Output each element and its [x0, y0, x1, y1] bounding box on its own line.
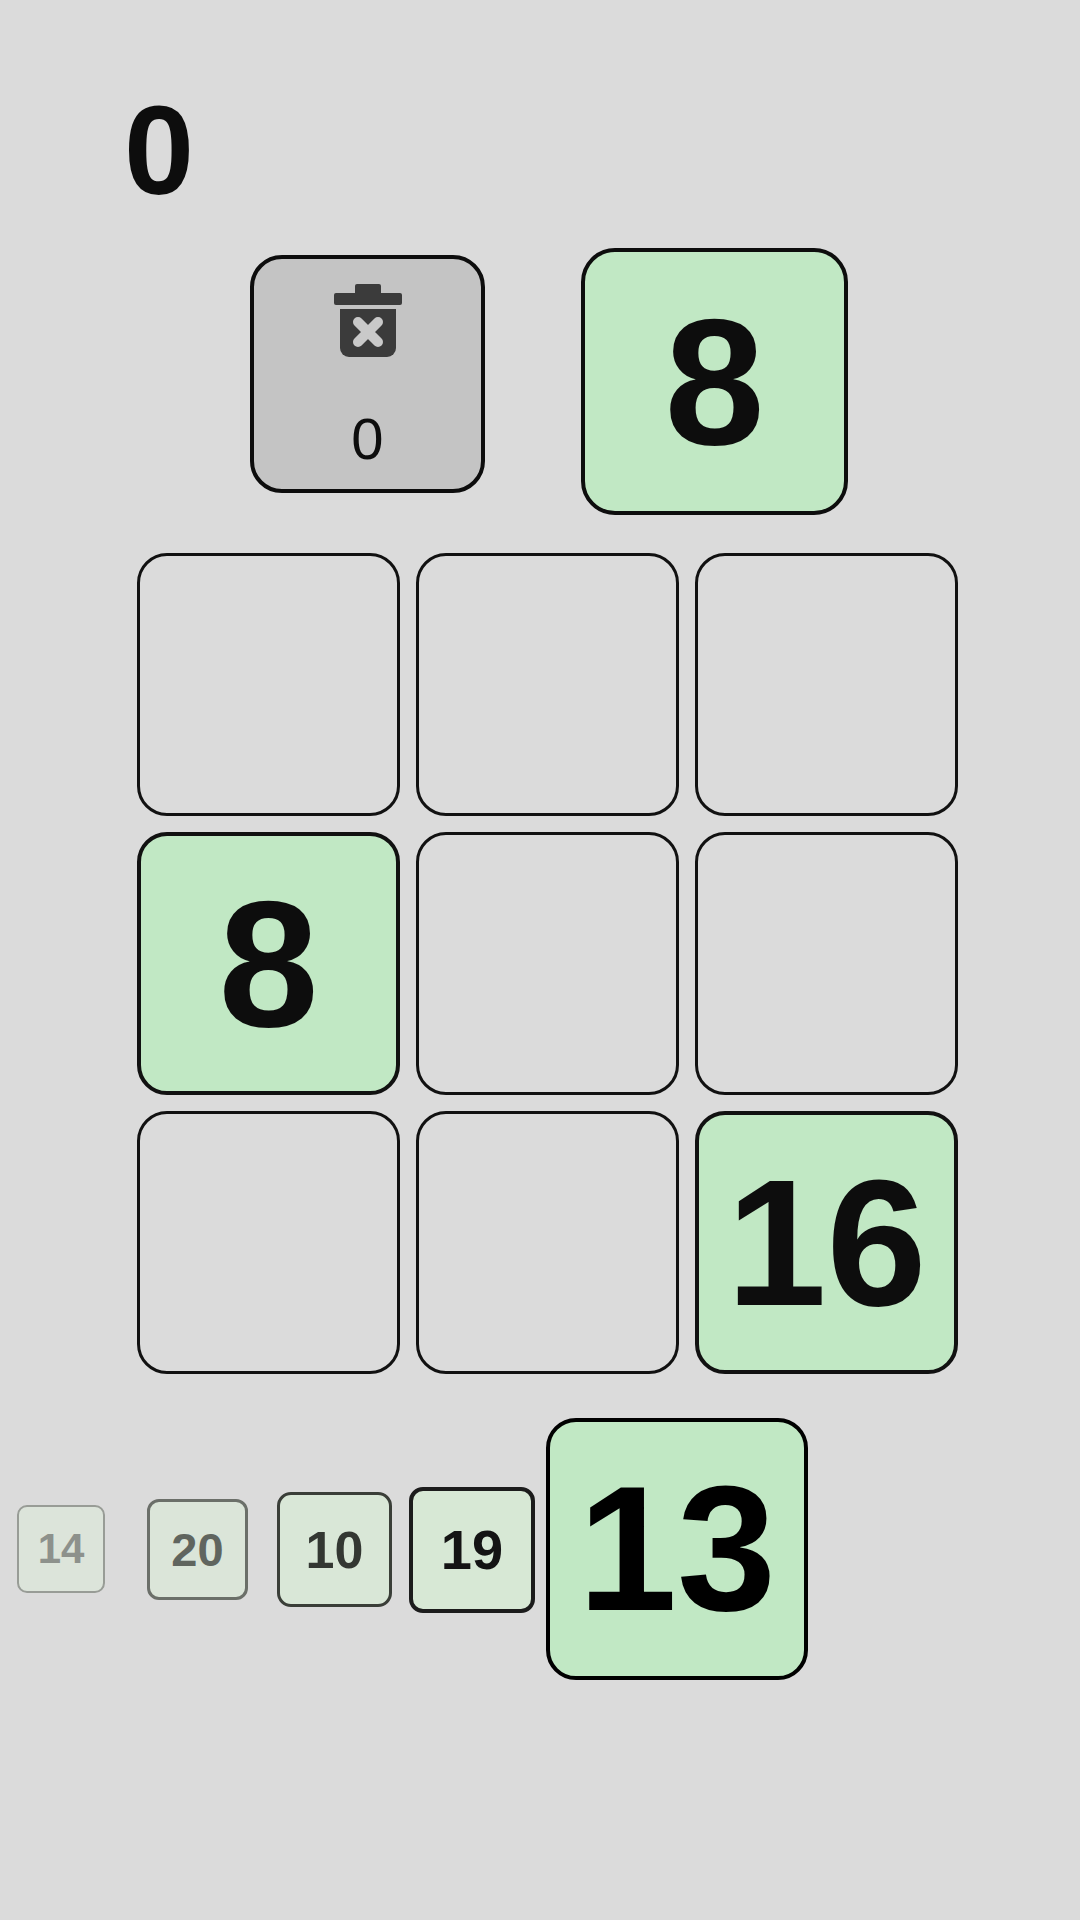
- queue-tile-5: 14: [17, 1505, 105, 1593]
- trash-count: 0: [351, 410, 383, 468]
- board-cell-r3c3[interactable]: 16: [695, 1111, 958, 1374]
- trash-button[interactable]: 0: [250, 255, 485, 493]
- score-value: 0: [124, 88, 194, 214]
- board-cell-r3c2[interactable]: [416, 1111, 679, 1374]
- board-cell-r1c2[interactable]: [416, 553, 679, 816]
- queue-tile-3: 10: [277, 1492, 392, 1607]
- board-cell-r2c2[interactable]: [416, 832, 679, 1095]
- trash-icon: [334, 284, 402, 376]
- board-cell-r2c1[interactable]: 8: [137, 832, 400, 1095]
- board-grid: 8 16: [137, 553, 958, 1374]
- board-cell-r2c3[interactable]: [695, 832, 958, 1095]
- queue-tile-2: 19: [409, 1487, 535, 1613]
- queue-tile-next[interactable]: 13: [546, 1418, 808, 1680]
- board-cell-r1c1[interactable]: [137, 553, 400, 816]
- board-cell-r1c3[interactable]: [695, 553, 958, 816]
- board-cell-r3c1[interactable]: [137, 1111, 400, 1374]
- game-screen: 0 0 8 8 16 14 20 10 19 13: [0, 0, 1080, 1920]
- queue-tile-4: 20: [147, 1499, 248, 1600]
- active-tile[interactable]: 8: [581, 248, 848, 515]
